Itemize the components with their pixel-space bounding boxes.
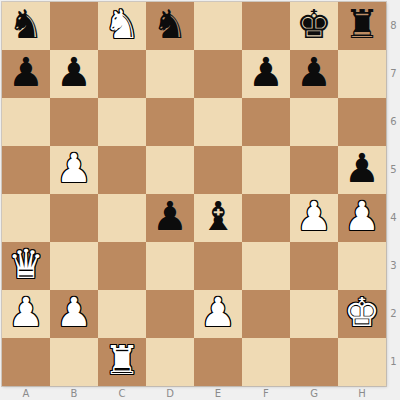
square-b8[interactable] xyxy=(50,2,98,50)
square-g6[interactable] xyxy=(290,98,338,146)
square-f4[interactable] xyxy=(242,194,290,242)
square-b3[interactable] xyxy=(50,242,98,290)
square-a3[interactable]: ♛ xyxy=(2,242,50,290)
square-e7[interactable] xyxy=(194,50,242,98)
rank-label-4: 4 xyxy=(387,194,400,242)
square-h7[interactable] xyxy=(338,50,386,98)
piece-white-king[interactable]: ♚ xyxy=(344,288,380,336)
rank-label-2: 2 xyxy=(387,290,400,338)
piece-black-rook[interactable]: ♜ xyxy=(344,0,380,48)
square-e4[interactable]: ♝ xyxy=(194,194,242,242)
square-a5[interactable] xyxy=(2,146,50,194)
square-c3[interactable] xyxy=(98,242,146,290)
square-c8[interactable]: ♞ xyxy=(98,2,146,50)
square-a1[interactable] xyxy=(2,338,50,386)
square-f7[interactable]: ♟ xyxy=(242,50,290,98)
square-c6[interactable] xyxy=(98,98,146,146)
rank-label-8: 8 xyxy=(387,2,400,50)
square-g3[interactable] xyxy=(290,242,338,290)
chess-board: ♞♞♞♚♜♟♟♟♟♟♟♟♝♟♟♛♟♟♟♚♜ xyxy=(2,2,386,386)
file-label-a: A xyxy=(2,387,50,400)
piece-black-pawn[interactable]: ♟ xyxy=(248,48,284,96)
square-f6[interactable] xyxy=(242,98,290,146)
square-c7[interactable] xyxy=(98,50,146,98)
square-a4[interactable] xyxy=(2,194,50,242)
square-c4[interactable] xyxy=(98,194,146,242)
square-c2[interactable] xyxy=(98,290,146,338)
piece-black-pawn[interactable]: ♟ xyxy=(296,48,332,96)
square-g2[interactable] xyxy=(290,290,338,338)
square-b6[interactable] xyxy=(50,98,98,146)
square-g5[interactable] xyxy=(290,146,338,194)
piece-white-pawn[interactable]: ♟ xyxy=(56,288,92,336)
square-e8[interactable] xyxy=(194,2,242,50)
square-d7[interactable] xyxy=(146,50,194,98)
rank-label-5: 5 xyxy=(387,146,400,194)
square-h8[interactable]: ♜ xyxy=(338,2,386,50)
square-e1[interactable] xyxy=(194,338,242,386)
square-d3[interactable] xyxy=(146,242,194,290)
file-label-h: H xyxy=(338,387,386,400)
square-d6[interactable] xyxy=(146,98,194,146)
square-b2[interactable]: ♟ xyxy=(50,290,98,338)
square-d8[interactable]: ♞ xyxy=(146,2,194,50)
file-label-f: F xyxy=(242,387,290,400)
square-h4[interactable]: ♟ xyxy=(338,194,386,242)
file-label-d: D xyxy=(146,387,194,400)
piece-white-pawn[interactable]: ♟ xyxy=(200,288,236,336)
square-h1[interactable] xyxy=(338,338,386,386)
square-b4[interactable] xyxy=(50,194,98,242)
square-d2[interactable] xyxy=(146,290,194,338)
square-h6[interactable] xyxy=(338,98,386,146)
rank-label-3: 3 xyxy=(387,242,400,290)
piece-black-knight[interactable]: ♞ xyxy=(8,0,44,48)
piece-white-pawn[interactable]: ♟ xyxy=(344,192,380,240)
piece-black-pawn[interactable]: ♟ xyxy=(344,144,380,192)
piece-white-rook[interactable]: ♜ xyxy=(104,336,140,384)
square-h3[interactable] xyxy=(338,242,386,290)
piece-black-bishop[interactable]: ♝ xyxy=(200,192,236,240)
piece-white-pawn[interactable]: ♟ xyxy=(296,192,332,240)
file-label-g: G xyxy=(290,387,338,400)
file-label-b: B xyxy=(50,387,98,400)
square-e6[interactable] xyxy=(194,98,242,146)
piece-black-king[interactable]: ♚ xyxy=(296,0,332,48)
square-g4[interactable]: ♟ xyxy=(290,194,338,242)
square-f1[interactable] xyxy=(242,338,290,386)
square-d1[interactable] xyxy=(146,338,194,386)
file-labels: ABCDEFGH xyxy=(2,387,386,400)
square-g7[interactable]: ♟ xyxy=(290,50,338,98)
square-f3[interactable] xyxy=(242,242,290,290)
square-e5[interactable] xyxy=(194,146,242,194)
square-h2[interactable]: ♚ xyxy=(338,290,386,338)
square-a6[interactable] xyxy=(2,98,50,146)
piece-white-pawn[interactable]: ♟ xyxy=(56,144,92,192)
square-c1[interactable]: ♜ xyxy=(98,338,146,386)
square-f2[interactable] xyxy=(242,290,290,338)
square-e2[interactable]: ♟ xyxy=(194,290,242,338)
piece-black-knight[interactable]: ♞ xyxy=(152,0,188,48)
rank-labels: 87654321 xyxy=(387,2,400,386)
piece-white-queen[interactable]: ♛ xyxy=(8,240,44,288)
square-f5[interactable] xyxy=(242,146,290,194)
square-d5[interactable] xyxy=(146,146,194,194)
square-b7[interactable]: ♟ xyxy=(50,50,98,98)
square-a7[interactable]: ♟ xyxy=(2,50,50,98)
square-g1[interactable] xyxy=(290,338,338,386)
rank-label-7: 7 xyxy=(387,50,400,98)
file-label-c: C xyxy=(98,387,146,400)
piece-white-knight[interactable]: ♞ xyxy=(104,0,140,48)
piece-black-pawn[interactable]: ♟ xyxy=(152,192,188,240)
rank-label-1: 1 xyxy=(387,338,400,386)
square-e3[interactable] xyxy=(194,242,242,290)
square-h5[interactable]: ♟ xyxy=(338,146,386,194)
file-label-e: E xyxy=(194,387,242,400)
piece-black-pawn[interactable]: ♟ xyxy=(56,48,92,96)
rank-label-6: 6 xyxy=(387,98,400,146)
square-g8[interactable]: ♚ xyxy=(290,2,338,50)
piece-black-pawn[interactable]: ♟ xyxy=(8,48,44,96)
chess-board-container: ♞♞♞♚♜♟♟♟♟♟♟♟♝♟♟♛♟♟♟♚♜ ABCDEFGH 87654321 xyxy=(0,0,400,400)
square-b5[interactable]: ♟ xyxy=(50,146,98,194)
square-f8[interactable] xyxy=(242,2,290,50)
square-b1[interactable] xyxy=(50,338,98,386)
square-a2[interactable]: ♟ xyxy=(2,290,50,338)
square-d4[interactable]: ♟ xyxy=(146,194,194,242)
square-a8[interactable]: ♞ xyxy=(2,2,50,50)
square-c5[interactable] xyxy=(98,146,146,194)
piece-white-pawn[interactable]: ♟ xyxy=(8,288,44,336)
